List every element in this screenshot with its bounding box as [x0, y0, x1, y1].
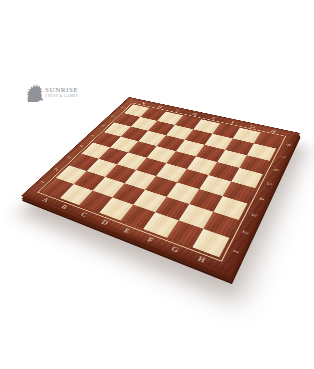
brand-name: SUNRISE [45, 87, 78, 94]
playing-field-border [37, 103, 286, 262]
product-photo: SUNRISE CHESS & GAMES ABCDEFGHABCDEFGH12… [0, 0, 314, 369]
chess-board: ABCDEFGHABCDEFGH1234567812345678 [21, 97, 300, 278]
brand-logo: SUNRISE CHESS & GAMES [26, 82, 78, 103]
brand-text: SUNRISE CHESS & GAMES [45, 87, 78, 99]
brand-tagline: CHESS & GAMES [45, 94, 78, 98]
hedgehog-icon [26, 82, 43, 103]
playing-field [42, 104, 282, 257]
